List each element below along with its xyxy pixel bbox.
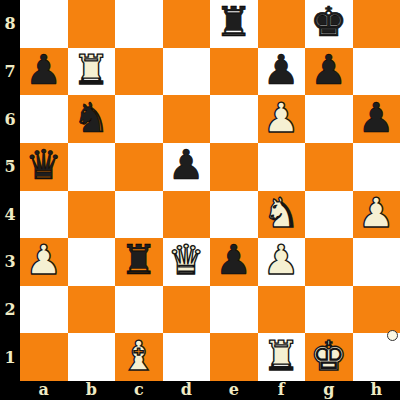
chess-board-frame: 87654321 ♜♚♟♜♟♟♞♟♟♛♟♞♟♟♜♛♟♟♝♜♚ abcdefgh xyxy=(0,0,400,400)
piece-black-queen: ♛ xyxy=(25,145,62,186)
piece-black-pawn: ♟ xyxy=(168,145,205,186)
piece-white-bishop: ♝ xyxy=(120,336,157,377)
square-h7[interactable] xyxy=(353,48,400,96)
rank-labels: 87654321 xyxy=(0,0,20,381)
square-a1[interactable] xyxy=(20,333,68,381)
square-b4[interactable] xyxy=(68,191,116,239)
square-b7[interactable]: ♜ xyxy=(68,48,116,96)
square-g7[interactable]: ♟ xyxy=(305,48,353,96)
piece-black-pawn: ♟ xyxy=(358,98,395,139)
square-c2[interactable] xyxy=(115,286,163,334)
square-h2[interactable] xyxy=(353,286,400,334)
piece-white-pawn: ♟ xyxy=(263,240,300,281)
square-e1[interactable] xyxy=(210,333,258,381)
square-g8[interactable]: ♚ xyxy=(305,0,353,48)
piece-white-rook: ♜ xyxy=(73,50,110,91)
square-d7[interactable] xyxy=(163,48,211,96)
square-d1[interactable] xyxy=(163,333,211,381)
square-h8[interactable] xyxy=(353,0,400,48)
side-to-move-indicator xyxy=(387,330,398,341)
square-c4[interactable] xyxy=(115,191,163,239)
square-f3[interactable]: ♟ xyxy=(258,238,306,286)
piece-white-pawn: ♟ xyxy=(358,193,395,234)
piece-white-pawn: ♟ xyxy=(263,98,300,139)
rank-label-4: 4 xyxy=(0,191,20,239)
square-e8[interactable]: ♜ xyxy=(210,0,258,48)
piece-black-pawn: ♟ xyxy=(310,50,347,91)
square-h6[interactable]: ♟ xyxy=(353,95,400,143)
piece-white-pawn: ♟ xyxy=(25,240,62,281)
square-a8[interactable] xyxy=(20,0,68,48)
piece-white-knight: ♞ xyxy=(263,193,300,234)
square-c5[interactable] xyxy=(115,143,163,191)
square-b8[interactable] xyxy=(68,0,116,48)
rank-label-2: 2 xyxy=(0,286,20,334)
square-g3[interactable] xyxy=(305,238,353,286)
piece-black-pawn: ♟ xyxy=(215,240,252,281)
square-g1[interactable]: ♚ xyxy=(305,333,353,381)
square-e6[interactable] xyxy=(210,95,258,143)
square-f6[interactable]: ♟ xyxy=(258,95,306,143)
piece-white-queen: ♛ xyxy=(168,240,205,281)
square-e5[interactable] xyxy=(210,143,258,191)
square-h5[interactable] xyxy=(353,143,400,191)
square-d2[interactable] xyxy=(163,286,211,334)
square-d8[interactable] xyxy=(163,0,211,48)
square-a7[interactable]: ♟ xyxy=(20,48,68,96)
square-b2[interactable] xyxy=(68,286,116,334)
piece-black-rook: ♜ xyxy=(215,2,252,43)
square-f8[interactable] xyxy=(258,0,306,48)
piece-black-rook: ♜ xyxy=(120,240,157,281)
file-labels: abcdefgh xyxy=(20,381,400,400)
square-d3[interactable]: ♛ xyxy=(163,238,211,286)
square-h3[interactable] xyxy=(353,238,400,286)
file-label-b: b xyxy=(68,381,116,400)
file-label-e: e xyxy=(210,381,258,400)
piece-white-king: ♚ xyxy=(310,336,347,377)
rank-label-3: 3 xyxy=(0,238,20,286)
square-a3[interactable]: ♟ xyxy=(20,238,68,286)
square-f1[interactable]: ♜ xyxy=(258,333,306,381)
square-c3[interactable]: ♜ xyxy=(115,238,163,286)
square-d4[interactable] xyxy=(163,191,211,239)
square-f5[interactable] xyxy=(258,143,306,191)
file-label-c: c xyxy=(115,381,163,400)
square-a4[interactable] xyxy=(20,191,68,239)
square-c1[interactable]: ♝ xyxy=(115,333,163,381)
square-d5[interactable]: ♟ xyxy=(163,143,211,191)
square-g6[interactable] xyxy=(305,95,353,143)
piece-black-pawn: ♟ xyxy=(25,50,62,91)
square-c7[interactable] xyxy=(115,48,163,96)
rank-label-1: 1 xyxy=(0,333,20,381)
square-g5[interactable] xyxy=(305,143,353,191)
rank-label-7: 7 xyxy=(0,48,20,96)
file-label-a: a xyxy=(20,381,68,400)
square-c6[interactable] xyxy=(115,95,163,143)
square-e3[interactable]: ♟ xyxy=(210,238,258,286)
square-e4[interactable] xyxy=(210,191,258,239)
square-g4[interactable] xyxy=(305,191,353,239)
rank-label-8: 8 xyxy=(0,0,20,48)
chess-board: ♜♚♟♜♟♟♞♟♟♛♟♞♟♟♜♛♟♟♝♜♚ xyxy=(20,0,400,381)
square-a2[interactable] xyxy=(20,286,68,334)
square-a5[interactable]: ♛ xyxy=(20,143,68,191)
square-f7[interactable]: ♟ xyxy=(258,48,306,96)
square-b3[interactable] xyxy=(68,238,116,286)
square-e2[interactable] xyxy=(210,286,258,334)
square-a6[interactable] xyxy=(20,95,68,143)
piece-black-knight: ♞ xyxy=(73,98,110,139)
file-label-h: h xyxy=(353,381,400,400)
square-b1[interactable] xyxy=(68,333,116,381)
rank-label-5: 5 xyxy=(0,143,20,191)
square-g2[interactable] xyxy=(305,286,353,334)
file-label-f: f xyxy=(258,381,306,400)
piece-black-king: ♚ xyxy=(310,2,347,43)
square-f2[interactable] xyxy=(258,286,306,334)
file-label-g: g xyxy=(305,381,353,400)
piece-black-pawn: ♟ xyxy=(263,50,300,91)
rank-label-6: 6 xyxy=(0,95,20,143)
square-c8[interactable] xyxy=(115,0,163,48)
square-b6[interactable]: ♞ xyxy=(68,95,116,143)
file-label-d: d xyxy=(163,381,211,400)
piece-white-rook: ♜ xyxy=(263,336,300,377)
square-d6[interactable] xyxy=(163,95,211,143)
square-h4[interactable]: ♟ xyxy=(353,191,400,239)
square-b5[interactable] xyxy=(68,143,116,191)
square-f4[interactable]: ♞ xyxy=(258,191,306,239)
square-e7[interactable] xyxy=(210,48,258,96)
